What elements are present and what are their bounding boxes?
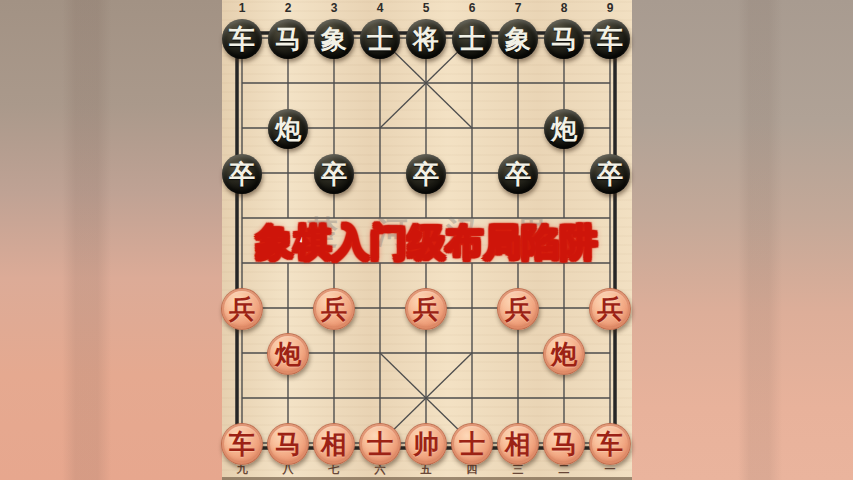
piece-red-soldier[interactable]: 兵 <box>405 288 447 330</box>
piece-red-advisor[interactable]: 士 <box>451 423 493 465</box>
piece-black-soldier[interactable]: 卒 <box>406 154 446 194</box>
file-label-top: 2 <box>265 0 311 16</box>
piece-red-chariot[interactable]: 车 <box>589 423 631 465</box>
piece-red-soldier[interactable]: 兵 <box>221 288 263 330</box>
file-label-top: 8 <box>541 0 587 16</box>
title-overlay: 象棋入门级布局陷阱 <box>222 218 632 268</box>
piece-black-chariot[interactable]: 车 <box>222 19 262 59</box>
xiangqi-board[interactable]: 楚河汉界 123456789 九八七六五四三二一 车马象士将士象马车炮炮卒卒卒卒… <box>222 0 632 480</box>
blurred-background-right <box>632 0 853 480</box>
piece-black-advisor[interactable]: 士 <box>452 19 492 59</box>
piece-black-horse[interactable]: 马 <box>544 19 584 59</box>
piece-black-soldier[interactable]: 卒 <box>314 154 354 194</box>
piece-red-cannon[interactable]: 炮 <box>267 333 309 375</box>
file-label-top: 1 <box>219 0 265 16</box>
piece-red-soldier[interactable]: 兵 <box>313 288 355 330</box>
file-label-top: 3 <box>311 0 357 16</box>
piece-red-soldier[interactable]: 兵 <box>497 288 539 330</box>
piece-black-general[interactable]: 将 <box>406 19 446 59</box>
piece-black-cannon[interactable]: 炮 <box>268 109 308 149</box>
piece-red-cannon[interactable]: 炮 <box>543 333 585 375</box>
piece-black-soldier[interactable]: 卒 <box>222 154 262 194</box>
piece-black-soldier[interactable]: 卒 <box>590 154 630 194</box>
piece-red-horse[interactable]: 马 <box>267 423 309 465</box>
piece-black-horse[interactable]: 马 <box>268 19 308 59</box>
piece-red-soldier[interactable]: 兵 <box>589 288 631 330</box>
piece-black-cannon[interactable]: 炮 <box>544 109 584 149</box>
piece-red-elephant[interactable]: 相 <box>313 423 355 465</box>
file-label-top: 9 <box>587 0 633 16</box>
file-labels-top: 123456789 <box>219 0 633 16</box>
file-label-top: 5 <box>403 0 449 16</box>
piece-red-chariot[interactable]: 车 <box>221 423 263 465</box>
piece-black-elephant[interactable]: 象 <box>498 19 538 59</box>
piece-black-elephant[interactable]: 象 <box>314 19 354 59</box>
file-label-top: 6 <box>449 0 495 16</box>
piece-red-horse[interactable]: 马 <box>543 423 585 465</box>
file-label-top: 4 <box>357 0 403 16</box>
blurred-background-left <box>0 0 222 480</box>
piece-red-general[interactable]: 帅 <box>405 423 447 465</box>
piece-red-elephant[interactable]: 相 <box>497 423 539 465</box>
piece-black-advisor[interactable]: 士 <box>360 19 400 59</box>
piece-black-soldier[interactable]: 卒 <box>498 154 538 194</box>
piece-red-advisor[interactable]: 士 <box>359 423 401 465</box>
piece-black-chariot[interactable]: 车 <box>590 19 630 59</box>
file-label-top: 7 <box>495 0 541 16</box>
